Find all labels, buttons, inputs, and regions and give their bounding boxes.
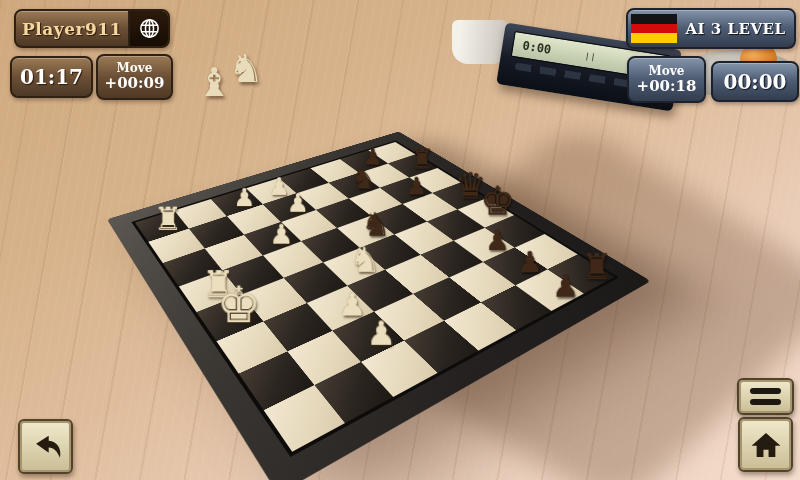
white-rook-a1[interactable]: ♜ [153, 203, 182, 235]
black-knight-b6[interactable]: ♞ [350, 164, 376, 193]
white-pawn-g3[interactable]: ♟ [366, 317, 396, 350]
hamburger-icon [750, 388, 781, 394]
globe-icon [128, 11, 168, 46]
captured-white-knight: ♞ [228, 48, 264, 88]
white-king-e1[interactable]: ♚ [216, 281, 261, 331]
black-king-e8[interactable]: ♚ [480, 182, 515, 221]
white-player-banner: Player911 [14, 9, 170, 48]
captured-white-bishop: ♝ [196, 62, 232, 102]
black-clock: 00:00 [711, 61, 799, 102]
chess-board[interactable]: ♜♟♟♟♟♞♜♟♟♜♞♛♚♞♚♟♟♟♟♟♜ [131, 141, 619, 457]
home-button[interactable] [738, 417, 793, 472]
black-move-timer: Move +00:18 [627, 56, 706, 103]
menu-button[interactable] [737, 378, 794, 415]
white-knight-e4[interactable]: ♞ [349, 242, 380, 277]
white-move-time: +00:09 [105, 75, 165, 92]
white-pawn-a3[interactable]: ♟ [233, 185, 255, 210]
ai-player-name: AI 3 LEVEL [677, 20, 794, 38]
black-move-time: +00:18 [637, 78, 697, 95]
undo-arrow-icon [28, 429, 64, 465]
clock-mid-glyph: || [584, 51, 597, 62]
white-pawn-b4[interactable]: ♟ [286, 191, 308, 216]
black-pawn-f7[interactable]: ♟ [485, 227, 509, 254]
black-pawn-c7[interactable]: ♟ [405, 174, 426, 198]
undo-button[interactable] [18, 419, 73, 474]
germany-flag-icon [631, 14, 677, 43]
chess-board-frame: ♜♟♟♟♟♞♜♟♟♜♞♛♚♞♚♟♟♟♟♟♜ [107, 132, 651, 480]
white-player-name: Player911 [16, 19, 128, 39]
white-pawn-f3[interactable]: ♟ [338, 289, 366, 320]
black-move-label: Move [649, 65, 685, 78]
black-rook-b8[interactable]: ♜ [410, 145, 434, 172]
black-rook-h8[interactable]: ♜ [581, 249, 613, 285]
ai-player-banner: AI 3 LEVEL [626, 8, 796, 49]
white-move-timer: Move +00:09 [96, 54, 173, 100]
black-knight-d5[interactable]: ♞ [361, 208, 390, 240]
square-e4[interactable]: ♞ [323, 248, 385, 286]
black-pawn-h7[interactable]: ♟ [552, 271, 579, 301]
home-icon [749, 428, 783, 462]
clock-left-time: 0:00 [521, 38, 552, 56]
white-clock: 01:17 [10, 56, 93, 98]
black-pawn-g7[interactable]: ♟ [517, 248, 543, 277]
white-pawn-c3[interactable]: ♟ [269, 221, 293, 248]
